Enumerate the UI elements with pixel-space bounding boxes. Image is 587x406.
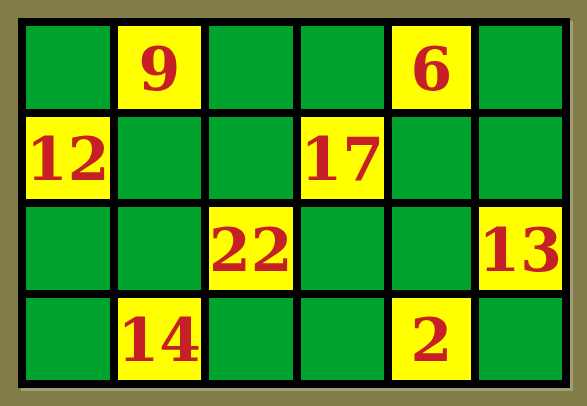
cell-r4c4[interactable]	[301, 298, 385, 381]
cell-r3c5[interactable]	[392, 207, 471, 290]
clue-cell-r3c6[interactable]: 13	[479, 207, 563, 290]
cell-r2c3[interactable]	[209, 117, 293, 200]
cell-r1c6[interactable]	[479, 26, 563, 109]
cell-r1c4[interactable]	[301, 26, 385, 109]
cell-r3c1[interactable]	[26, 207, 110, 290]
cell-r4c3[interactable]	[209, 298, 293, 381]
clue-cell-r1c5[interactable]: 6	[392, 26, 471, 109]
clue-cell-r4c2[interactable]: 14	[118, 298, 202, 381]
puzzle-board: 9612172213142	[18, 18, 570, 388]
cell-r2c6[interactable]	[479, 117, 563, 200]
cell-r3c2[interactable]	[118, 207, 202, 290]
cell-r1c3[interactable]	[209, 26, 293, 109]
cell-r2c2[interactable]	[118, 117, 202, 200]
cell-r4c1[interactable]	[26, 298, 110, 381]
clue-cell-r1c2[interactable]: 9	[118, 26, 202, 109]
clue-cell-r2c1[interactable]: 12	[26, 117, 110, 200]
cell-r4c6[interactable]	[479, 298, 563, 381]
cell-r1c1[interactable]	[26, 26, 110, 109]
clue-cell-r2c4[interactable]: 17	[301, 117, 385, 200]
clue-cell-r4c5[interactable]: 2	[392, 298, 471, 381]
clue-cell-r3c3[interactable]: 22	[209, 207, 293, 290]
cell-r2c5[interactable]	[392, 117, 471, 200]
cell-r3c4[interactable]	[301, 207, 385, 290]
